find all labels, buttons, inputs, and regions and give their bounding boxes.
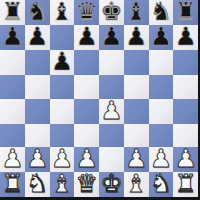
square-h4[interactable]	[173, 99, 198, 124]
white-pawn-piece[interactable]: ♟	[26, 146, 48, 171]
square-c8[interactable]: ♝	[50, 0, 75, 25]
square-g4[interactable]	[149, 99, 174, 124]
white-knight-piece[interactable]: ♞	[26, 171, 48, 196]
black-pawn-piece[interactable]: ♟	[51, 49, 73, 74]
black-bishop-piece[interactable]: ♝	[51, 0, 73, 24]
square-e7[interactable]: ♟	[99, 25, 124, 50]
square-h6[interactable]	[173, 50, 198, 75]
square-d5[interactable]	[74, 75, 99, 99]
white-pawn-piece[interactable]: ♟	[125, 146, 147, 171]
square-e1[interactable]: ♚	[99, 172, 124, 197]
square-b7[interactable]: ♟	[25, 25, 50, 50]
square-b4[interactable]	[25, 99, 50, 124]
square-b5[interactable]	[25, 75, 50, 99]
white-king-piece[interactable]: ♚	[100, 171, 122, 196]
square-g6[interactable]	[149, 50, 174, 75]
square-g7[interactable]: ♟	[149, 25, 174, 50]
white-rook-piece[interactable]: ♜	[1, 171, 23, 196]
square-c5[interactable]	[50, 75, 75, 99]
square-f4[interactable]	[124, 99, 149, 124]
square-d4[interactable]	[74, 99, 99, 124]
square-d6[interactable]	[74, 50, 99, 75]
square-e6[interactable]	[99, 50, 124, 75]
black-pawn-piece[interactable]: ♟	[100, 24, 122, 49]
black-king-piece[interactable]: ♚	[100, 0, 122, 24]
square-c1[interactable]: ♝	[50, 172, 75, 197]
black-pawn-piece[interactable]: ♟	[75, 24, 97, 49]
square-c4[interactable]	[50, 99, 75, 124]
black-pawn-piece[interactable]: ♟	[26, 24, 48, 49]
square-b1[interactable]: ♞	[25, 172, 50, 197]
white-pawn-piece[interactable]: ♟	[51, 146, 73, 171]
white-pawn-piece[interactable]: ♟	[1, 146, 23, 171]
white-bishop-piece[interactable]: ♝	[51, 171, 73, 196]
square-a1[interactable]: ♜	[0, 172, 25, 197]
square-f6[interactable]	[124, 50, 149, 75]
square-c6[interactable]: ♟	[50, 50, 75, 75]
square-b6[interactable]	[25, 50, 50, 75]
square-e4[interactable]: ♟	[99, 99, 124, 124]
white-queen-piece[interactable]: ♛	[75, 171, 97, 196]
square-a5[interactable]	[0, 75, 25, 99]
square-a7[interactable]: ♟	[0, 25, 25, 50]
black-rook-piece[interactable]: ♜	[174, 0, 196, 24]
chess-board: ♜♞♝♛♚♝♞♜♟♟♟♟♟♟♟♟♟♟♟♟♟♟♟♟♜♞♝♛♚♝♞♜	[0, 0, 200, 200]
white-pawn-piece[interactable]: ♟	[150, 146, 172, 171]
square-h5[interactable]	[173, 75, 198, 99]
black-knight-piece[interactable]: ♞	[150, 0, 172, 24]
square-h7[interactable]: ♟	[173, 25, 198, 50]
square-a4[interactable]	[0, 99, 25, 124]
black-knight-piece[interactable]: ♞	[26, 0, 48, 24]
black-queen-piece[interactable]: ♛	[75, 0, 97, 24]
square-d7[interactable]: ♟	[74, 25, 99, 50]
white-pawn-piece[interactable]: ♟	[174, 146, 196, 171]
square-f1[interactable]: ♝	[124, 172, 149, 197]
black-pawn-piece[interactable]: ♟	[125, 24, 147, 49]
square-f7[interactable]: ♟	[124, 25, 149, 50]
chessboard-stage: ♜♞♝♛♚♝♞♜♟♟♟♟♟♟♟♟♟♟♟♟♟♟♟♟♜♞♝♛♚♝♞♜	[0, 0, 200, 200]
square-h1[interactable]: ♜	[173, 172, 198, 197]
square-d1[interactable]: ♛	[74, 172, 99, 197]
white-rook-piece[interactable]: ♜	[174, 171, 196, 196]
black-rook-piece[interactable]: ♜	[1, 0, 23, 24]
square-a6[interactable]	[0, 50, 25, 75]
white-bishop-piece[interactable]: ♝	[125, 171, 147, 196]
square-f5[interactable]	[124, 75, 149, 99]
black-pawn-piece[interactable]: ♟	[150, 24, 172, 49]
square-g1[interactable]: ♞	[149, 172, 174, 197]
square-e3[interactable]	[99, 124, 124, 148]
black-pawn-piece[interactable]: ♟	[1, 24, 23, 49]
black-bishop-piece[interactable]: ♝	[125, 0, 147, 24]
white-pawn-piece[interactable]: ♟	[75, 146, 97, 171]
white-knight-piece[interactable]: ♞	[150, 171, 172, 196]
black-pawn-piece[interactable]: ♟	[174, 24, 196, 49]
square-g5[interactable]	[149, 75, 174, 99]
white-pawn-piece[interactable]: ♟	[100, 98, 122, 123]
